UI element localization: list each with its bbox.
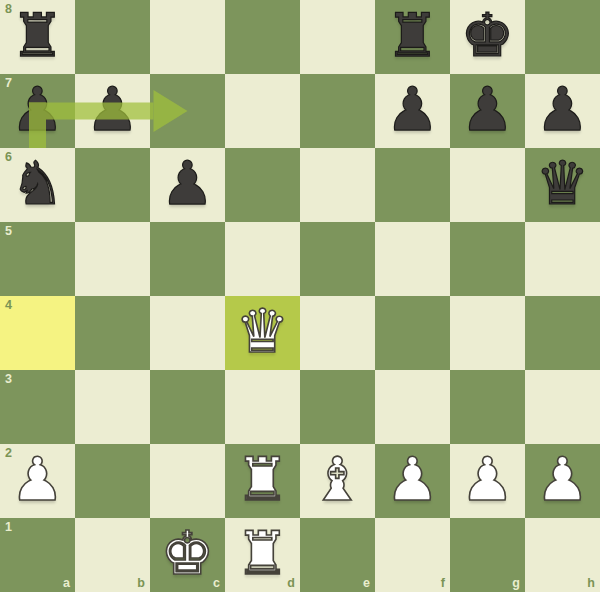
square-d2[interactable]: ♜ xyxy=(225,444,300,518)
black-pawn[interactable]: ♟ xyxy=(375,72,450,146)
white-pawn[interactable]: ♟ xyxy=(450,442,525,516)
black-pawn[interactable]: ♟ xyxy=(450,72,525,146)
rank-label-4: 4 xyxy=(5,298,12,312)
black-queen[interactable]: ♛ xyxy=(525,146,600,220)
square-e5[interactable] xyxy=(300,222,375,296)
square-e1[interactable]: e xyxy=(300,518,375,592)
square-d4[interactable]: ♛ xyxy=(225,296,300,370)
chess-board: ♜8♜♚♟7♟♟♟♟♞6♟♛54♛3♟2♜♝♟♟♟1ab♚c♜defgh xyxy=(0,0,600,592)
square-b7[interactable]: ♟ xyxy=(75,74,150,148)
black-pawn[interactable]: ♟ xyxy=(0,72,75,146)
file-label-e: e xyxy=(363,576,370,590)
square-c1[interactable]: ♚c xyxy=(150,518,225,592)
square-g7[interactable]: ♟ xyxy=(450,74,525,148)
square-a5[interactable]: 5 xyxy=(0,222,75,296)
file-label-b: b xyxy=(137,576,145,590)
square-c5[interactable] xyxy=(150,222,225,296)
square-f5[interactable] xyxy=(375,222,450,296)
square-b4[interactable] xyxy=(75,296,150,370)
square-d5[interactable] xyxy=(225,222,300,296)
black-rook[interactable]: ♜ xyxy=(375,0,450,72)
square-a4[interactable]: 4 xyxy=(0,296,75,370)
square-c3[interactable] xyxy=(150,370,225,444)
square-c6[interactable]: ♟ xyxy=(150,148,225,222)
square-e2[interactable]: ♝ xyxy=(300,444,375,518)
white-king[interactable]: ♚ xyxy=(150,516,225,590)
square-b6[interactable] xyxy=(75,148,150,222)
square-c2[interactable] xyxy=(150,444,225,518)
board-grid: ♜8♜♚♟7♟♟♟♟♞6♟♛54♛3♟2♜♝♟♟♟1ab♚c♜defgh xyxy=(0,0,600,592)
square-h1[interactable]: h xyxy=(525,518,600,592)
square-a7[interactable]: ♟7 xyxy=(0,74,75,148)
white-pawn[interactable]: ♟ xyxy=(525,442,600,516)
square-c7[interactable] xyxy=(150,74,225,148)
square-a2[interactable]: ♟2 xyxy=(0,444,75,518)
square-b5[interactable] xyxy=(75,222,150,296)
square-h7[interactable]: ♟ xyxy=(525,74,600,148)
rank-label-1: 1 xyxy=(5,520,12,534)
white-queen[interactable]: ♛ xyxy=(225,294,300,368)
white-pawn[interactable]: ♟ xyxy=(375,442,450,516)
square-f4[interactable] xyxy=(375,296,450,370)
black-king[interactable]: ♚ xyxy=(450,0,525,72)
square-c4[interactable] xyxy=(150,296,225,370)
square-g1[interactable]: g xyxy=(450,518,525,592)
square-e4[interactable] xyxy=(300,296,375,370)
square-f2[interactable]: ♟ xyxy=(375,444,450,518)
square-f1[interactable]: f xyxy=(375,518,450,592)
square-e8[interactable] xyxy=(300,0,375,74)
black-knight[interactable]: ♞ xyxy=(0,146,75,220)
black-pawn[interactable]: ♟ xyxy=(150,146,225,220)
square-a6[interactable]: ♞6 xyxy=(0,148,75,222)
square-g3[interactable] xyxy=(450,370,525,444)
square-a3[interactable]: 3 xyxy=(0,370,75,444)
square-e3[interactable] xyxy=(300,370,375,444)
square-b8[interactable] xyxy=(75,0,150,74)
square-h5[interactable] xyxy=(525,222,600,296)
square-e6[interactable] xyxy=(300,148,375,222)
white-rook[interactable]: ♜ xyxy=(225,516,300,590)
square-b1[interactable]: b xyxy=(75,518,150,592)
white-pawn[interactable]: ♟ xyxy=(0,442,75,516)
white-bishop[interactable]: ♝ xyxy=(300,442,375,516)
square-h4[interactable] xyxy=(525,296,600,370)
square-d3[interactable] xyxy=(225,370,300,444)
square-f3[interactable] xyxy=(375,370,450,444)
square-f7[interactable]: ♟ xyxy=(375,74,450,148)
square-h8[interactable] xyxy=(525,0,600,74)
square-h2[interactable]: ♟ xyxy=(525,444,600,518)
square-c8[interactable] xyxy=(150,0,225,74)
black-pawn[interactable]: ♟ xyxy=(525,72,600,146)
file-label-f: f xyxy=(441,576,445,590)
square-f8[interactable]: ♜ xyxy=(375,0,450,74)
square-g8[interactable]: ♚ xyxy=(450,0,525,74)
square-d8[interactable] xyxy=(225,0,300,74)
square-d1[interactable]: ♜d xyxy=(225,518,300,592)
square-g4[interactable] xyxy=(450,296,525,370)
square-g2[interactable]: ♟ xyxy=(450,444,525,518)
file-label-g: g xyxy=(512,576,520,590)
rank-label-3: 3 xyxy=(5,372,12,386)
square-b2[interactable] xyxy=(75,444,150,518)
square-f6[interactable] xyxy=(375,148,450,222)
square-h6[interactable]: ♛ xyxy=(525,148,600,222)
square-h3[interactable] xyxy=(525,370,600,444)
square-d6[interactable] xyxy=(225,148,300,222)
file-label-a: a xyxy=(63,576,70,590)
rank-label-5: 5 xyxy=(5,224,12,238)
square-e7[interactable] xyxy=(300,74,375,148)
black-rook[interactable]: ♜ xyxy=(0,0,75,72)
square-a1[interactable]: 1a xyxy=(0,518,75,592)
square-a8[interactable]: ♜8 xyxy=(0,0,75,74)
file-label-h: h xyxy=(587,576,595,590)
black-pawn[interactable]: ♟ xyxy=(75,72,150,146)
square-g6[interactable] xyxy=(450,148,525,222)
square-b3[interactable] xyxy=(75,370,150,444)
square-d7[interactable] xyxy=(225,74,300,148)
square-g5[interactable] xyxy=(450,222,525,296)
white-rook[interactable]: ♜ xyxy=(225,442,300,516)
